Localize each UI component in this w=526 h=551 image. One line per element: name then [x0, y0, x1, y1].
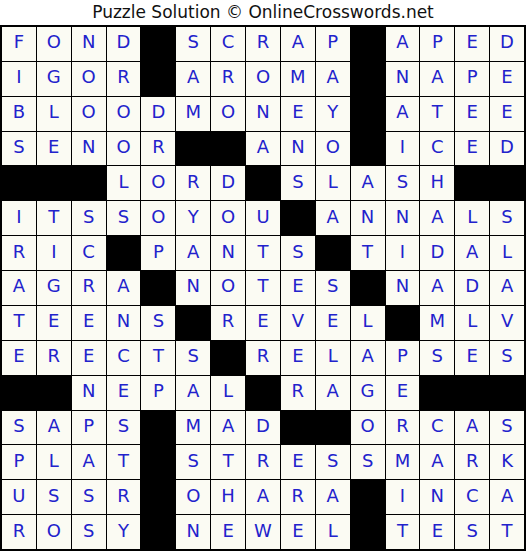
grid-cell: A — [420, 201, 454, 235]
grid-cell: A — [351, 166, 385, 200]
black-cell — [455, 376, 489, 410]
grid-cell: S — [107, 411, 141, 445]
grid-cell: T — [107, 445, 141, 479]
grid-cell: M — [420, 306, 454, 340]
black-cell — [141, 271, 175, 305]
grid-cell: S — [420, 341, 454, 375]
grid-cell: S — [386, 166, 420, 200]
black-cell — [141, 480, 175, 514]
black-cell — [490, 166, 524, 200]
grid-cell: A — [316, 376, 350, 410]
grid-cell: E — [455, 27, 489, 61]
grid-cell: A — [176, 62, 210, 96]
page-title: Puzzle Solution © OnlineCrosswords.net — [0, 0, 526, 25]
grid-cell: C — [211, 27, 245, 61]
grid-cell: A — [455, 411, 489, 445]
grid-cell: N — [281, 132, 315, 166]
black-cell — [141, 27, 175, 61]
grid-cell: A — [316, 201, 350, 235]
grid-cell: P — [72, 411, 106, 445]
grid-cell: L — [316, 341, 350, 375]
grid-cell: E — [455, 341, 489, 375]
grid-cell: Y — [107, 515, 141, 549]
grid-cell: E — [420, 515, 454, 549]
grid-cell: D — [455, 271, 489, 305]
grid-cell: N — [420, 480, 454, 514]
grid-cell: R — [211, 306, 245, 340]
grid-cell: M — [281, 62, 315, 96]
grid-cell: S — [351, 445, 385, 479]
grid-cell: E — [386, 376, 420, 410]
grid-cell: N — [211, 236, 245, 270]
grid-cell: S — [490, 201, 524, 235]
grid-cell: L — [37, 445, 71, 479]
grid-cell: A — [281, 27, 315, 61]
black-cell — [37, 166, 71, 200]
grid-cell: C — [455, 480, 489, 514]
grid-cell: D — [211, 166, 245, 200]
grid-cell: T — [37, 201, 71, 235]
grid-cell: A — [420, 271, 454, 305]
grid-cell: O — [72, 97, 106, 131]
grid-cell: E — [281, 97, 315, 131]
grid-cell: O — [141, 166, 175, 200]
grid-cell: R — [37, 341, 71, 375]
grid-cell: S — [281, 166, 315, 200]
grid-cell: Y — [176, 201, 210, 235]
grid-cell: I — [386, 480, 420, 514]
grid-cell: R — [386, 411, 420, 445]
grid-cell: S — [316, 271, 350, 305]
grid-cell: D — [141, 97, 175, 131]
black-cell — [2, 166, 36, 200]
grid-cell: S — [281, 236, 315, 270]
grid-cell: C — [420, 132, 454, 166]
grid-cell: P — [141, 236, 175, 270]
grid-cell: T — [211, 445, 245, 479]
grid-cell: O — [72, 62, 106, 96]
grid-cell: A — [386, 27, 420, 61]
black-cell — [281, 201, 315, 235]
grid-cell: V — [490, 306, 524, 340]
grid-cell: A — [2, 271, 36, 305]
grid-cell: A — [490, 271, 524, 305]
grid-cell: A — [176, 236, 210, 270]
grid-cell: N — [386, 62, 420, 96]
grid-cell: I — [2, 62, 36, 96]
grid-cell: O — [107, 97, 141, 131]
grid-cell: A — [386, 97, 420, 131]
grid-cell: O — [37, 27, 71, 61]
grid-cell: R — [246, 445, 280, 479]
black-cell — [455, 166, 489, 200]
grid-cell: S — [176, 445, 210, 479]
grid-cell: O — [246, 62, 280, 96]
grid-cell: M — [386, 445, 420, 479]
grid-cell: E — [281, 445, 315, 479]
grid-cell: A — [107, 271, 141, 305]
grid-cell: O — [141, 201, 175, 235]
black-cell — [281, 411, 315, 445]
black-cell — [351, 132, 385, 166]
grid-cell: O — [176, 480, 210, 514]
grid-cell: O — [316, 132, 350, 166]
grid-cell: E — [281, 515, 315, 549]
grid-cell: A — [176, 376, 210, 410]
black-cell — [316, 411, 350, 445]
black-cell — [490, 376, 524, 410]
crossword-grid: FONDSCRAPAPEDIGORAROMANAPEBLOODMONEYATEE… — [0, 25, 526, 551]
black-cell — [351, 27, 385, 61]
grid-cell: F — [2, 27, 36, 61]
grid-cell: L — [107, 166, 141, 200]
grid-cell: L — [455, 306, 489, 340]
grid-cell: T — [386, 515, 420, 549]
black-cell — [141, 515, 175, 549]
grid-cell: T — [141, 341, 175, 375]
grid-cell: R — [455, 445, 489, 479]
grid-cell: R — [107, 62, 141, 96]
grid-cell: P — [420, 27, 454, 61]
grid-cell: M — [176, 411, 210, 445]
grid-cell: I — [2, 201, 36, 235]
black-cell — [72, 166, 106, 200]
grid-cell: D — [490, 132, 524, 166]
grid-cell: U — [2, 480, 36, 514]
grid-cell: O — [351, 411, 385, 445]
grid-cell: E — [107, 376, 141, 410]
black-cell — [351, 480, 385, 514]
black-cell — [2, 376, 36, 410]
grid-cell: L — [316, 515, 350, 549]
grid-cell: T — [351, 236, 385, 270]
grid-cell: B — [2, 97, 36, 131]
grid-cell: S — [72, 201, 106, 235]
grid-cell: A — [316, 62, 350, 96]
grid-cell: R — [2, 236, 36, 270]
grid-cell: S — [455, 515, 489, 549]
grid-cell: N — [386, 271, 420, 305]
grid-cell: O — [211, 271, 245, 305]
grid-cell: T — [2, 306, 36, 340]
grid-cell: S — [490, 411, 524, 445]
grid-cell: R — [141, 132, 175, 166]
grid-cell: A — [246, 480, 280, 514]
black-cell — [107, 236, 141, 270]
grid-cell: A — [420, 445, 454, 479]
grid-cell: O — [37, 515, 71, 549]
grid-cell: W — [246, 515, 280, 549]
grid-cell: S — [37, 480, 71, 514]
black-cell — [141, 411, 175, 445]
grid-cell: E — [2, 341, 36, 375]
grid-cell: V — [281, 306, 315, 340]
grid-cell: L — [37, 97, 71, 131]
black-cell — [176, 132, 210, 166]
grid-cell: P — [141, 376, 175, 410]
grid-cell: M — [176, 97, 210, 131]
grid-cell: C — [107, 341, 141, 375]
grid-cell: R — [281, 376, 315, 410]
grid-cell: O — [211, 97, 245, 131]
puzzle-solution-page: Puzzle Solution © OnlineCrosswords.net F… — [0, 0, 526, 551]
grid-cell: S — [176, 341, 210, 375]
grid-cell: N — [107, 306, 141, 340]
grid-cell: R — [211, 62, 245, 96]
grid-cell: L — [211, 376, 245, 410]
grid-cell: G — [37, 271, 71, 305]
black-cell — [211, 341, 245, 375]
black-cell — [37, 376, 71, 410]
grid-cell: A — [316, 480, 350, 514]
grid-cell: N — [386, 201, 420, 235]
grid-cell: U — [246, 201, 280, 235]
grid-cell: N — [72, 27, 106, 61]
grid-cell: E — [211, 515, 245, 549]
black-cell — [351, 515, 385, 549]
grid-cell: E — [246, 306, 280, 340]
grid-cell: N — [351, 201, 385, 235]
grid-cell: O — [107, 132, 141, 166]
grid-cell: L — [455, 201, 489, 235]
black-cell — [246, 376, 280, 410]
grid-cell: O — [211, 201, 245, 235]
grid-cell: K — [490, 445, 524, 479]
grid-cell: D — [246, 411, 280, 445]
grid-cell: L — [351, 306, 385, 340]
black-cell — [316, 236, 350, 270]
grid-cell: R — [107, 480, 141, 514]
grid-cell: I — [37, 236, 71, 270]
grid-cell: N — [72, 132, 106, 166]
grid-cell: S — [72, 480, 106, 514]
black-cell — [351, 62, 385, 96]
grid-cell: E — [455, 132, 489, 166]
grid-cell: E — [490, 97, 524, 131]
grid-cell: R — [2, 515, 36, 549]
grid-cell: S — [107, 201, 141, 235]
grid-cell: A — [490, 480, 524, 514]
grid-cell: A — [246, 132, 280, 166]
black-cell — [141, 445, 175, 479]
grid-cell: P — [386, 341, 420, 375]
grid-cell: P — [2, 445, 36, 479]
grid-cell: D — [490, 27, 524, 61]
grid-cell: S — [176, 27, 210, 61]
grid-cell: E — [72, 306, 106, 340]
grid-cell: I — [386, 132, 420, 166]
black-cell — [351, 271, 385, 305]
grid-cell: N — [72, 376, 106, 410]
grid-cell: Y — [316, 97, 350, 131]
black-cell — [141, 62, 175, 96]
black-cell — [386, 306, 420, 340]
grid-cell: A — [351, 341, 385, 375]
grid-cell: A — [455, 236, 489, 270]
grid-cell: G — [37, 62, 71, 96]
grid-cell: E — [490, 62, 524, 96]
black-cell — [246, 166, 280, 200]
grid-cell: N — [176, 515, 210, 549]
black-cell — [176, 306, 210, 340]
grid-cell: S — [490, 341, 524, 375]
grid-cell: R — [246, 341, 280, 375]
grid-cell: T — [490, 515, 524, 549]
grid-cell: T — [246, 236, 280, 270]
grid-cell: E — [37, 306, 71, 340]
grid-cell: N — [246, 97, 280, 131]
grid-cell: R — [176, 166, 210, 200]
grid-cell: D — [107, 27, 141, 61]
grid-cell: D — [420, 236, 454, 270]
grid-cell: R — [281, 480, 315, 514]
black-cell — [420, 376, 454, 410]
grid-cell: A — [211, 411, 245, 445]
grid-cell: E — [281, 341, 315, 375]
grid-cell: S — [2, 411, 36, 445]
grid-cell: H — [211, 480, 245, 514]
grid-cell: N — [176, 271, 210, 305]
grid-cell: L — [316, 166, 350, 200]
grid-cell: T — [246, 271, 280, 305]
grid-cell: E — [316, 306, 350, 340]
grid-cell: S — [2, 132, 36, 166]
grid-cell: C — [420, 411, 454, 445]
grid-cell: S — [72, 515, 106, 549]
grid-cell: A — [420, 62, 454, 96]
grid-cell: H — [420, 166, 454, 200]
grid-cell: I — [386, 236, 420, 270]
grid-cell: A — [37, 411, 71, 445]
grid-cell: A — [72, 445, 106, 479]
grid-cell: T — [420, 97, 454, 131]
grid-cell: E — [72, 341, 106, 375]
grid-cell: S — [141, 306, 175, 340]
grid-cell: E — [281, 271, 315, 305]
black-cell — [351, 97, 385, 131]
grid-cell: P — [316, 27, 350, 61]
grid-cell: P — [455, 62, 489, 96]
grid-cell: R — [246, 27, 280, 61]
grid-cell: E — [37, 132, 71, 166]
grid-cell: S — [316, 445, 350, 479]
grid-cell: L — [490, 236, 524, 270]
grid-cell: G — [351, 376, 385, 410]
grid-cell: R — [72, 271, 106, 305]
grid-cell: C — [72, 236, 106, 270]
black-cell — [211, 132, 245, 166]
grid-cell: E — [455, 97, 489, 131]
